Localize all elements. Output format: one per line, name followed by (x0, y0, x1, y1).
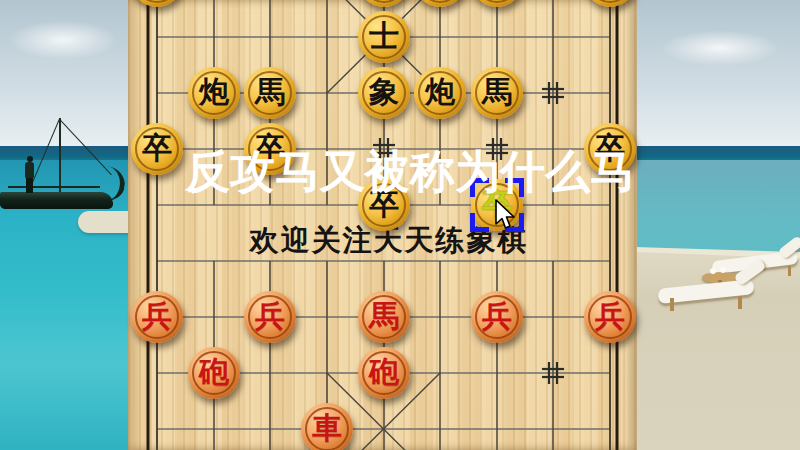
piece-black-象[interactable]: 象 (358, 67, 410, 119)
piece-glyph: 炮 (425, 77, 455, 107)
mouse-cursor-icon (495, 199, 517, 231)
piece-glyph: 馬 (482, 77, 512, 107)
piece-glyph: 馬 (255, 77, 285, 107)
screenshot-stage: 欢迎关注天天练象棋 車將士象車士炮馬象炮馬卒卒卒卒卒兵兵馬兵兵砲砲車 反攻马又被… (0, 0, 800, 450)
piece-glyph: 砲 (199, 357, 229, 387)
piece-red-車[interactable]: 車 (301, 403, 353, 450)
piece-red-兵[interactable]: 兵 (244, 291, 296, 343)
piece-red-馬[interactable]: 馬 (358, 291, 410, 343)
piece-glyph: 兵 (255, 301, 285, 331)
piece-glyph: 炮 (199, 77, 229, 107)
piece-glyph: 車 (312, 413, 342, 443)
piece-glyph: 兵 (142, 301, 172, 331)
question-caption: 反攻马又被称为什么马 (185, 142, 635, 202)
piece-glyph: 象 (369, 77, 399, 107)
piece-red-兵[interactable]: 兵 (471, 291, 523, 343)
piece-red-兵[interactable]: 兵 (131, 291, 183, 343)
piece-black-馬[interactable]: 馬 (471, 67, 523, 119)
piece-glyph: 卒 (142, 133, 172, 163)
piece-glyph: 砲 (369, 357, 399, 387)
piece-black-炮[interactable]: 炮 (414, 67, 466, 119)
piece-black-炮[interactable]: 炮 (188, 67, 240, 119)
piece-glyph: 兵 (482, 301, 512, 331)
piece-glyph: 馬 (369, 301, 399, 331)
piece-red-兵[interactable]: 兵 (584, 291, 636, 343)
piece-black-馬[interactable]: 馬 (244, 67, 296, 119)
piece-red-砲[interactable]: 砲 (358, 347, 410, 399)
piece-black-士[interactable]: 士 (358, 11, 410, 63)
piece-glyph: 兵 (595, 301, 625, 331)
piece-black-卒[interactable]: 卒 (131, 123, 183, 175)
piece-glyph: 士 (369, 21, 399, 51)
piece-red-砲[interactable]: 砲 (188, 347, 240, 399)
